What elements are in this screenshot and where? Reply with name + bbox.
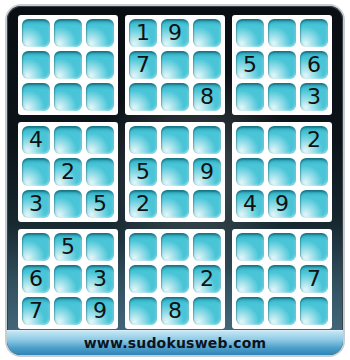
cell-r8c3[interactable]: 3 [86,265,114,293]
cell-r5c5[interactable] [161,158,189,186]
footer-bar: www.sudokusweb.com [7,330,343,355]
cell-r6c3[interactable]: 5 [86,190,114,218]
cell-r9c5[interactable]: 8 [161,297,189,325]
cell-r4c7[interactable] [236,126,264,154]
cell-r2c4[interactable]: 7 [129,51,157,79]
cell-r6c7[interactable]: 4 [236,190,264,218]
cell-r1c4[interactable]: 1 [129,19,157,47]
cell-r5c2[interactable]: 2 [54,158,82,186]
cell-r2c6[interactable] [193,51,221,79]
cell-r6c2[interactable] [54,190,82,218]
cell-r4c9[interactable]: 2 [300,126,328,154]
cell-r6c5[interactable] [161,190,189,218]
cell-r1c7[interactable] [236,19,264,47]
cell-r1c6[interactable] [193,19,221,47]
cell-r9c1[interactable]: 7 [22,297,50,325]
cell-r8c6[interactable]: 2 [193,265,221,293]
cell-r8c8[interactable] [268,265,296,293]
cell-r6c8[interactable]: 9 [268,190,296,218]
cell-r5c9[interactable] [300,158,328,186]
cell-r2c9[interactable]: 6 [300,51,328,79]
cell-r9c4[interactable] [129,297,157,325]
cell-r8c1[interactable]: 6 [22,265,50,293]
cell-r5c3[interactable] [86,158,114,186]
cell-r3c9[interactable]: 3 [300,83,328,111]
cell-r3c8[interactable] [268,83,296,111]
cell-r7c6[interactable] [193,233,221,261]
cell-r5c1[interactable] [22,158,50,186]
cell-r2c7[interactable]: 5 [236,51,264,79]
cell-r3c7[interactable] [236,83,264,111]
cell-r9c8[interactable] [268,297,296,325]
cell-r7c8[interactable] [268,233,296,261]
box-r1c1: 592 [125,122,225,222]
cell-r8c7[interactable] [236,265,264,293]
cell-r9c7[interactable] [236,297,264,325]
cell-r7c3[interactable] [86,233,114,261]
cell-r3c5[interactable] [161,83,189,111]
cell-r5c7[interactable] [236,158,264,186]
cell-r8c2[interactable] [54,265,82,293]
cell-r8c5[interactable] [161,265,189,293]
cell-r3c6[interactable]: 8 [193,83,221,111]
cell-r7c1[interactable] [22,233,50,261]
cell-r8c4[interactable] [129,265,157,293]
box-r0c1: 1978 [125,15,225,115]
cell-r2c8[interactable] [268,51,296,79]
box-r2c2: 7 [232,229,332,329]
cell-r5c4[interactable]: 5 [129,158,157,186]
cell-r6c1[interactable]: 3 [22,190,50,218]
cell-r7c9[interactable] [300,233,328,261]
cell-r3c1[interactable] [22,83,50,111]
cell-r4c1[interactable]: 4 [22,126,50,154]
cell-r5c8[interactable] [268,158,296,186]
cell-r2c1[interactable] [22,51,50,79]
cell-r6c6[interactable] [193,190,221,218]
cell-r1c1[interactable] [22,19,50,47]
cell-r4c2[interactable] [54,126,82,154]
sudoku-board: 1978563423559224956379287 www.sudokusweb… [7,6,343,355]
cell-r7c2[interactable]: 5 [54,233,82,261]
cell-r3c2[interactable] [54,83,82,111]
cell-r5c6[interactable]: 9 [193,158,221,186]
sudoku-page: 1978563423559224956379287 www.sudokusweb… [0,0,350,360]
cell-r7c7[interactable] [236,233,264,261]
cell-r4c4[interactable] [129,126,157,154]
box-r2c1: 28 [125,229,225,329]
cell-r4c6[interactable] [193,126,221,154]
cell-r7c5[interactable] [161,233,189,261]
box-r0c2: 563 [232,15,332,115]
cell-r1c8[interactable] [268,19,296,47]
cell-r3c4[interactable] [129,83,157,111]
box-r2c0: 56379 [18,229,118,329]
cell-r2c3[interactable] [86,51,114,79]
site-url[interactable]: www.sudokusweb.com [84,335,267,351]
box-r1c2: 249 [232,122,332,222]
cell-r4c5[interactable] [161,126,189,154]
cell-r6c4[interactable]: 2 [129,190,157,218]
cell-r2c5[interactable] [161,51,189,79]
cell-r1c9[interactable] [300,19,328,47]
cell-r6c9[interactable] [300,190,328,218]
cell-r9c2[interactable] [54,297,82,325]
cell-r7c4[interactable] [129,233,157,261]
box-r0c0 [18,15,118,115]
cell-r1c3[interactable] [86,19,114,47]
cell-r9c3[interactable]: 9 [86,297,114,325]
cell-r3c3[interactable] [86,83,114,111]
cell-r4c3[interactable] [86,126,114,154]
sudoku-grid: 1978563423559224956379287 [7,6,343,330]
cell-r1c5[interactable]: 9 [161,19,189,47]
cell-r4c8[interactable] [268,126,296,154]
box-r1c0: 4235 [18,122,118,222]
cell-r1c2[interactable] [54,19,82,47]
cell-r9c9[interactable] [300,297,328,325]
cell-r2c2[interactable] [54,51,82,79]
cell-r9c6[interactable] [193,297,221,325]
cell-r8c9[interactable]: 7 [300,265,328,293]
